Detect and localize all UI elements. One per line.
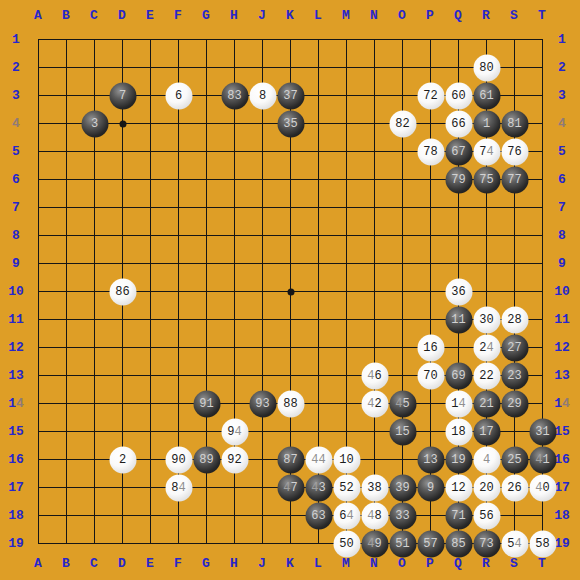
digit: D — [118, 556, 126, 571]
digit: S — [510, 8, 518, 23]
digit: 2 — [479, 370, 486, 382]
black-stone-9: 9 — [417, 474, 444, 501]
digit: 1 — [395, 426, 402, 438]
row-label-right-5: 5 — [558, 144, 566, 159]
column-label-bottom-T: T — [538, 556, 546, 571]
digit: 3 — [235, 90, 242, 102]
white-stone-50: 50 — [333, 530, 360, 557]
row-label-left-9: 9 — [12, 256, 20, 271]
black-stone-49: 49 — [361, 530, 388, 557]
digit: A — [34, 8, 42, 23]
digit: 1 — [423, 454, 430, 466]
column-label-top-N: N — [370, 8, 378, 23]
digit: 7 — [515, 342, 522, 354]
digit: L — [314, 8, 322, 23]
white-stone-78: 78 — [417, 138, 444, 165]
white-stone-36: 36 — [445, 278, 472, 305]
digit: K — [286, 8, 294, 23]
row-label-right-4: 4 — [558, 116, 566, 131]
row-label-left-12: 12 — [8, 340, 24, 355]
digit: 1 — [554, 396, 562, 411]
black-stone-45: 45 — [389, 390, 416, 417]
digit: 1 — [8, 424, 16, 439]
white-stone-58: 58 — [529, 530, 556, 557]
white-stone-28: 28 — [501, 306, 528, 333]
digit: 1 — [483, 118, 490, 130]
column-label-bottom-L: L — [314, 556, 322, 571]
row-label-right-9: 9 — [558, 256, 566, 271]
digit: 4 — [562, 396, 570, 411]
digit: B — [62, 8, 70, 23]
digit: 3 — [558, 88, 566, 103]
white-stone-74: 74 — [473, 138, 500, 165]
digit: 1 — [8, 368, 16, 383]
digit: Q — [454, 8, 462, 23]
digit: S — [510, 556, 518, 571]
digit: N — [370, 556, 378, 571]
column-label-bottom-O: O — [398, 556, 406, 571]
digit: H — [230, 556, 238, 571]
digit: 4 — [483, 454, 490, 466]
row-label-left-18: 18 — [8, 508, 24, 523]
digit: 7 — [12, 200, 20, 215]
digit: 7 — [562, 480, 570, 495]
black-stone-83: 83 — [221, 82, 248, 109]
row-label-right-12: 12 — [554, 340, 570, 355]
digit: 0 — [431, 370, 438, 382]
digit: 3 — [319, 482, 326, 494]
white-stone-46: 46 — [361, 362, 388, 389]
row-label-left-16: 16 — [8, 452, 24, 467]
column-label-top-A: A — [34, 8, 42, 23]
digit: 5 — [459, 538, 466, 550]
digit: 9 — [227, 426, 234, 438]
column-label-bottom-Q: Q — [454, 556, 462, 571]
row-label-left-17: 17 — [8, 480, 24, 495]
row-label-left-3: 3 — [12, 88, 20, 103]
column-label-top-J: J — [258, 8, 266, 23]
digit: M — [342, 8, 350, 23]
white-stone-88: 88 — [277, 390, 304, 417]
digit: 1 — [8, 396, 16, 411]
black-stone-25: 25 — [501, 446, 528, 473]
digit: 5 — [403, 398, 410, 410]
white-stone-44: 44 — [305, 446, 332, 473]
digit: 4 — [395, 398, 402, 410]
column-label-bottom-C: C — [90, 556, 98, 571]
digit: 4 — [311, 454, 318, 466]
black-stone-27: 27 — [501, 334, 528, 361]
digit: 4 — [367, 370, 374, 382]
digit: 2 — [479, 342, 486, 354]
digit: Q — [454, 556, 462, 571]
black-stone-73: 73 — [473, 530, 500, 557]
black-stone-41: 41 — [529, 446, 556, 473]
column-label-top-T: T — [538, 8, 546, 23]
digit: 9 — [427, 482, 434, 494]
column-label-bottom-F: F — [174, 556, 182, 571]
digit: 9 — [562, 536, 570, 551]
digit: 0 — [459, 90, 466, 102]
digit: 3 — [395, 482, 402, 494]
column-label-top-M: M — [342, 8, 350, 23]
digit: 1 — [451, 426, 458, 438]
digit: 8 — [507, 118, 514, 130]
digit: 1 — [12, 32, 20, 47]
row-label-right-14: 14 — [554, 396, 570, 411]
digit: 1 — [451, 454, 458, 466]
digit: 7 — [119, 90, 126, 102]
column-label-top-F: F — [174, 8, 182, 23]
white-stone-84: 84 — [165, 474, 192, 501]
white-stone-80: 80 — [473, 54, 500, 81]
digit: 6 — [123, 286, 130, 298]
digit: 2 — [375, 398, 382, 410]
digit: 7 — [16, 480, 24, 495]
digit: 7 — [451, 510, 458, 522]
digit: 5 — [403, 426, 410, 438]
digit: C — [90, 556, 98, 571]
digit: 6 — [339, 510, 346, 522]
digit: 2 — [479, 398, 486, 410]
digit: 6 — [175, 90, 182, 102]
digit: 1 — [339, 454, 346, 466]
digit: 1 — [8, 452, 16, 467]
digit: 2 — [507, 482, 514, 494]
digit: 5 — [12, 144, 20, 159]
digit: P — [426, 8, 434, 23]
digit: 5 — [395, 538, 402, 550]
digit: O — [398, 556, 406, 571]
digit: 1 — [207, 398, 214, 410]
black-stone-37: 37 — [277, 82, 304, 109]
digit: 9 — [12, 256, 20, 271]
white-stone-8: 8 — [249, 82, 276, 109]
white-stone-38: 38 — [361, 474, 388, 501]
digit: 1 — [554, 508, 562, 523]
digit: 1 — [554, 368, 562, 383]
black-stone-23: 23 — [501, 362, 528, 389]
row-label-right-18: 18 — [554, 508, 570, 523]
digit: 4 — [558, 116, 566, 131]
digit: 6 — [451, 370, 458, 382]
black-stone-7: 7 — [109, 82, 136, 109]
digit: R — [482, 8, 490, 23]
digit: 8 — [562, 508, 570, 523]
digit: 3 — [431, 454, 438, 466]
row-label-right-1: 1 — [558, 32, 566, 47]
digit: 9 — [403, 482, 410, 494]
white-stone-42: 42 — [361, 390, 388, 417]
digit: 8 — [431, 146, 438, 158]
black-stone-93: 93 — [249, 390, 276, 417]
column-label-top-R: R — [482, 8, 490, 23]
digit: 8 — [283, 398, 290, 410]
digit: 2 — [431, 90, 438, 102]
digit: 7 — [515, 174, 522, 186]
black-stone-51: 51 — [389, 530, 416, 557]
digit: 8 — [395, 118, 402, 130]
digit: 2 — [558, 60, 566, 75]
star-point-K10 — [287, 288, 294, 295]
black-stone-21: 21 — [473, 390, 500, 417]
digit: 1 — [554, 312, 562, 327]
digit: 0 — [562, 284, 570, 299]
row-label-right-15: 15 — [554, 424, 570, 439]
digit: 3 — [479, 314, 486, 326]
digit: 1 — [554, 340, 562, 355]
digit: 7 — [431, 538, 438, 550]
digit: 3 — [367, 482, 374, 494]
digit: 4 — [235, 426, 242, 438]
digit: 1 — [562, 312, 570, 327]
black-stone-77: 77 — [501, 166, 528, 193]
row-label-right-17: 17 — [554, 480, 570, 495]
digit: 8 — [515, 314, 522, 326]
digit: 6 — [459, 286, 466, 298]
digit: 0 — [347, 538, 354, 550]
black-stone-85: 85 — [445, 530, 472, 557]
black-stone-67: 67 — [445, 138, 472, 165]
column-label-bottom-A: A — [34, 556, 42, 571]
digit: 9 — [227, 454, 234, 466]
digit: 9 — [558, 256, 566, 271]
digit: 7 — [451, 174, 458, 186]
row-label-right-10: 10 — [554, 284, 570, 299]
black-stone-35: 35 — [277, 110, 304, 137]
digit: 0 — [487, 62, 494, 74]
white-stone-26: 26 — [501, 474, 528, 501]
digit: T — [538, 556, 546, 571]
digit: 9 — [255, 398, 262, 410]
digit: 8 — [375, 482, 382, 494]
black-stone-17: 17 — [473, 418, 500, 445]
column-label-bottom-D: D — [118, 556, 126, 571]
digit: 1 — [403, 538, 410, 550]
digit: 6 — [311, 510, 318, 522]
digit: 9 — [515, 398, 522, 410]
digit: 4 — [319, 454, 326, 466]
digit: C — [90, 8, 98, 23]
digit: 5 — [16, 424, 24, 439]
digit: 9 — [459, 174, 466, 186]
digit: 9 — [459, 370, 466, 382]
digit: E — [146, 8, 154, 23]
digit: G — [202, 556, 210, 571]
digit: 8 — [283, 454, 290, 466]
column-label-top-B: B — [62, 8, 70, 23]
digit: 1 — [554, 284, 562, 299]
black-stone-3: 3 — [81, 110, 108, 137]
digit: 4 — [16, 396, 24, 411]
digit: 2 — [507, 314, 514, 326]
white-stone-6: 6 — [165, 82, 192, 109]
digit: 4 — [179, 482, 186, 494]
digit: 7 — [507, 146, 514, 158]
black-stone-79: 79 — [445, 166, 472, 193]
digit: 3 — [395, 510, 402, 522]
white-stone-82: 82 — [389, 110, 416, 137]
white-stone-94: 94 — [221, 418, 248, 445]
row-label-right-13: 13 — [554, 368, 570, 383]
digit: 8 — [12, 228, 20, 243]
digit: 1 — [515, 118, 522, 130]
digit: H — [230, 8, 238, 23]
black-stone-63: 63 — [305, 502, 332, 529]
black-stone-61: 61 — [473, 82, 500, 109]
row-label-right-11: 11 — [554, 312, 570, 327]
digit: 2 — [459, 482, 466, 494]
digit: 2 — [507, 398, 514, 410]
row-label-left-5: 5 — [12, 144, 20, 159]
digit: 6 — [558, 172, 566, 187]
digit: 0 — [16, 284, 24, 299]
digit: 4 — [347, 510, 354, 522]
white-stone-54: 54 — [501, 530, 528, 557]
digit: 3 — [91, 118, 98, 130]
digit: 1 — [459, 510, 466, 522]
digit: 1 — [487, 90, 494, 102]
digit: 2 — [347, 482, 354, 494]
black-stone-13: 13 — [417, 446, 444, 473]
black-stone-15: 15 — [389, 418, 416, 445]
column-label-top-E: E — [146, 8, 154, 23]
digit: 2 — [562, 340, 570, 355]
row-label-right-7: 7 — [558, 200, 566, 215]
white-stone-72: 72 — [417, 82, 444, 109]
row-label-left-6: 6 — [12, 172, 20, 187]
row-label-right-6: 6 — [558, 172, 566, 187]
white-stone-48: 48 — [361, 502, 388, 529]
column-label-bottom-S: S — [510, 556, 518, 571]
digit: F — [174, 8, 182, 23]
digit: 8 — [115, 286, 122, 298]
digit: 9 — [207, 454, 214, 466]
row-label-left-10: 10 — [8, 284, 24, 299]
column-label-bottom-E: E — [146, 556, 154, 571]
digit: 8 — [16, 508, 24, 523]
digit: M — [342, 556, 350, 571]
white-stone-2: 2 — [109, 446, 136, 473]
digit: 6 — [16, 452, 24, 467]
digit: 7 — [459, 146, 466, 158]
row-label-right-3: 3 — [558, 88, 566, 103]
digit: 7 — [423, 90, 430, 102]
digit: 5 — [507, 538, 514, 550]
digit: 8 — [375, 510, 382, 522]
column-label-top-K: K — [286, 8, 294, 23]
black-stone-91: 91 — [193, 390, 220, 417]
digit: 1 — [459, 314, 466, 326]
digit: 2 — [16, 340, 24, 355]
digit: 8 — [459, 426, 466, 438]
digit: 4 — [487, 146, 494, 158]
digit: 7 — [479, 174, 486, 186]
digit: 3 — [319, 510, 326, 522]
digit: 3 — [16, 368, 24, 383]
white-stone-24: 24 — [473, 334, 500, 361]
row-label-left-15: 15 — [8, 424, 24, 439]
digit: 8 — [479, 62, 486, 74]
white-stone-14: 14 — [445, 390, 472, 417]
go-board-diagram: 1234678910111213141516171819202122232425… — [0, 0, 580, 580]
digit: 9 — [375, 538, 382, 550]
digit: L — [314, 556, 322, 571]
white-stone-12: 12 — [445, 474, 472, 501]
digit: 6 — [562, 452, 570, 467]
row-label-left-11: 11 — [8, 312, 24, 327]
digit: O — [398, 8, 406, 23]
digit: 2 — [479, 482, 486, 494]
row-label-left-2: 2 — [12, 60, 20, 75]
digit: G — [202, 8, 210, 23]
digit: 8 — [199, 454, 206, 466]
white-stone-4: 4 — [473, 446, 500, 473]
digit: 1 — [423, 342, 430, 354]
digit: 4 — [367, 398, 374, 410]
white-stone-76: 76 — [501, 138, 528, 165]
digit: 0 — [487, 314, 494, 326]
digit: 1 — [558, 32, 566, 47]
black-stone-39: 39 — [389, 474, 416, 501]
row-label-left-1: 1 — [12, 32, 20, 47]
row-label-left-7: 7 — [12, 200, 20, 215]
digit: 6 — [431, 342, 438, 354]
black-stone-57: 57 — [417, 530, 444, 557]
digit: J — [258, 556, 266, 571]
digit: 1 — [8, 508, 16, 523]
digit: 6 — [451, 90, 458, 102]
digit: F — [174, 556, 182, 571]
digit: 0 — [347, 454, 354, 466]
digit: 3 — [12, 88, 20, 103]
digit: 6 — [487, 510, 494, 522]
white-stone-64: 64 — [333, 502, 360, 529]
digit: 7 — [487, 426, 494, 438]
digit: 3 — [283, 90, 290, 102]
digit: 9 — [16, 536, 24, 551]
digit: 6 — [515, 146, 522, 158]
digit: 8 — [259, 90, 266, 102]
digit: 3 — [487, 538, 494, 550]
row-label-left-14: 14 — [8, 396, 24, 411]
column-label-bottom-M: M — [342, 556, 350, 571]
digit: 3 — [283, 118, 290, 130]
black-stone-1: 1 — [473, 110, 500, 137]
digit: 7 — [507, 174, 514, 186]
row-label-right-8: 8 — [558, 228, 566, 243]
digit: 3 — [403, 510, 410, 522]
digit: 2 — [507, 454, 514, 466]
white-stone-66: 66 — [445, 110, 472, 137]
digit: 0 — [487, 482, 494, 494]
black-stone-29: 29 — [501, 390, 528, 417]
row-label-left-13: 13 — [8, 368, 24, 383]
digit: 2 — [119, 454, 126, 466]
column-label-top-P: P — [426, 8, 434, 23]
column-label-bottom-R: R — [482, 556, 490, 571]
white-stone-52: 52 — [333, 474, 360, 501]
white-stone-10: 10 — [333, 446, 360, 473]
digit: E — [146, 556, 154, 571]
black-stone-43: 43 — [305, 474, 332, 501]
digit: 6 — [12, 172, 20, 187]
digit: 2 — [235, 454, 242, 466]
digit: 6 — [479, 90, 486, 102]
digit: 1 — [543, 454, 550, 466]
digit: 1 — [487, 398, 494, 410]
column-label-top-S: S — [510, 8, 518, 23]
